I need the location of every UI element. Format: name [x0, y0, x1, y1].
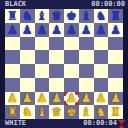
- square-d2[interactable]: ♟: [49, 92, 64, 106]
- black-pawn: ♟: [36, 24, 47, 36]
- square-f4[interactable]: [79, 64, 94, 78]
- square-g7[interactable]: ♟: [94, 23, 109, 37]
- square-f8[interactable]: ♝: [79, 9, 94, 23]
- square-b8[interactable]: ♞: [20, 9, 35, 23]
- square-e4[interactable]: [64, 64, 79, 78]
- square-h4[interactable]: [108, 64, 123, 78]
- square-e8[interactable]: ♚: [64, 9, 79, 23]
- black-bishop: ♝: [36, 10, 47, 22]
- black-pawn: ♟: [22, 24, 33, 36]
- white-pawn: ♟: [66, 92, 77, 104]
- black-pawn: ♟: [51, 24, 62, 36]
- square-a2[interactable]: ♟: [5, 92, 20, 106]
- white-clock: 00:00:04: [83, 119, 117, 128]
- square-b5[interactable]: [20, 50, 35, 64]
- square-d5[interactable]: [49, 50, 64, 64]
- square-b6[interactable]: [20, 37, 35, 51]
- square-e3[interactable]: [64, 78, 79, 92]
- square-d4[interactable]: [49, 64, 64, 78]
- white-knight: ♞: [95, 106, 106, 118]
- square-g2[interactable]: ♟: [94, 92, 109, 106]
- square-c3[interactable]: [35, 78, 50, 92]
- square-d8[interactable]: ♛: [49, 9, 64, 23]
- black-pawn: ♟: [66, 24, 77, 36]
- black-pawn: ♟: [110, 24, 121, 36]
- square-h2[interactable]: ♟: [108, 92, 123, 106]
- square-c1[interactable]: ♝: [35, 105, 50, 119]
- square-g8[interactable]: ♞: [94, 9, 109, 23]
- square-c4[interactable]: [35, 64, 50, 78]
- square-c5[interactable]: [35, 50, 50, 64]
- black-clock: 00:00:00: [91, 0, 125, 9]
- square-e5[interactable]: [64, 50, 79, 64]
- black-rook: ♜: [110, 10, 121, 22]
- square-d1[interactable]: ♛: [49, 105, 64, 119]
- white-pawn: ♟: [51, 92, 62, 104]
- black-bishop: ♝: [81, 10, 92, 22]
- square-a5[interactable]: [5, 50, 20, 64]
- black-king: ♚: [66, 10, 77, 22]
- square-g6[interactable]: [94, 37, 109, 51]
- square-h3[interactable]: [108, 78, 123, 92]
- square-a4[interactable]: [5, 64, 20, 78]
- black-status-bar: BLACK 00:00:00: [0, 0, 128, 9]
- square-e7[interactable]: ♟: [64, 23, 79, 37]
- square-e1[interactable]: ♚: [64, 105, 79, 119]
- square-b1[interactable]: ♞: [20, 105, 35, 119]
- white-pawn: ♟: [110, 92, 121, 104]
- white-pawn: ♟: [95, 92, 106, 104]
- black-pawn: ♟: [95, 24, 106, 36]
- hourglass-icon: [118, 120, 125, 128]
- square-f1[interactable]: ♝: [79, 105, 94, 119]
- square-e2[interactable]: ♟: [64, 92, 79, 106]
- square-a8[interactable]: ♜: [5, 9, 20, 23]
- square-h5[interactable]: [108, 50, 123, 64]
- white-player-label: WHITE: [5, 119, 26, 128]
- square-e6[interactable]: [64, 37, 79, 51]
- square-d6[interactable]: [49, 37, 64, 51]
- square-a6[interactable]: [5, 37, 20, 51]
- white-pawn: ♟: [81, 92, 92, 104]
- black-knight: ♞: [95, 10, 106, 22]
- white-rook: ♜: [7, 106, 18, 118]
- white-bishop: ♝: [36, 106, 47, 118]
- square-f6[interactable]: [79, 37, 94, 51]
- square-h1[interactable]: ♜: [108, 105, 123, 119]
- square-h8[interactable]: ♜: [108, 9, 123, 23]
- square-b2[interactable]: ♟: [20, 92, 35, 106]
- white-rook: ♜: [110, 106, 121, 118]
- square-b3[interactable]: [20, 78, 35, 92]
- square-c2[interactable]: ♟: [35, 92, 50, 106]
- white-knight: ♞: [22, 106, 33, 118]
- square-a3[interactable]: [5, 78, 20, 92]
- white-king: ♚: [66, 106, 77, 118]
- square-f7[interactable]: ♟: [79, 23, 94, 37]
- square-f5[interactable]: [79, 50, 94, 64]
- white-pawn: ♟: [36, 92, 47, 104]
- white-bishop: ♝: [81, 106, 92, 118]
- square-g3[interactable]: [94, 78, 109, 92]
- black-pawn: ♟: [7, 24, 18, 36]
- black-knight: ♞: [22, 10, 33, 22]
- square-d7[interactable]: ♟: [49, 23, 64, 37]
- white-status-bar: WHITE 00:00:04: [0, 119, 128, 128]
- black-pawn: ♟: [81, 24, 92, 36]
- white-pawn: ♟: [22, 92, 33, 104]
- square-d3[interactable]: [49, 78, 64, 92]
- white-clock-group: 00:00:04: [83, 119, 125, 128]
- square-g4[interactable]: [94, 64, 109, 78]
- square-f2[interactable]: ♟: [79, 92, 94, 106]
- black-player-label: BLACK: [5, 0, 26, 9]
- black-queen: ♛: [51, 10, 62, 22]
- square-g1[interactable]: ♞: [94, 105, 109, 119]
- square-c7[interactable]: ♟: [35, 23, 50, 37]
- white-pawn: ♟: [7, 92, 18, 104]
- square-h7[interactable]: ♟: [108, 23, 123, 37]
- square-a1[interactable]: ♜: [5, 105, 20, 119]
- square-b7[interactable]: ♟: [20, 23, 35, 37]
- square-a7[interactable]: ♟: [5, 23, 20, 37]
- black-rook: ♜: [7, 10, 18, 22]
- square-b4[interactable]: [20, 64, 35, 78]
- square-h6[interactable]: [108, 37, 123, 51]
- chess-board: ♜♞♝♛♚♝♞♜♟♟♟♟♟♟♟♟♟♟♟♟♟♟♟♟♜♞♝♛♚♝♞♜: [5, 9, 123, 119]
- square-c6[interactable]: [35, 37, 50, 51]
- square-c8[interactable]: ♝: [35, 9, 50, 23]
- chess-app-screen: BLACK 00:00:00 ♜♞♝♛♚♝♞♜♟♟♟♟♟♟♟♟♟♟♟♟♟♟♟♟♜…: [0, 0, 128, 128]
- square-f3[interactable]: [79, 78, 94, 92]
- white-queen: ♛: [51, 106, 62, 118]
- square-g5[interactable]: [94, 50, 109, 64]
